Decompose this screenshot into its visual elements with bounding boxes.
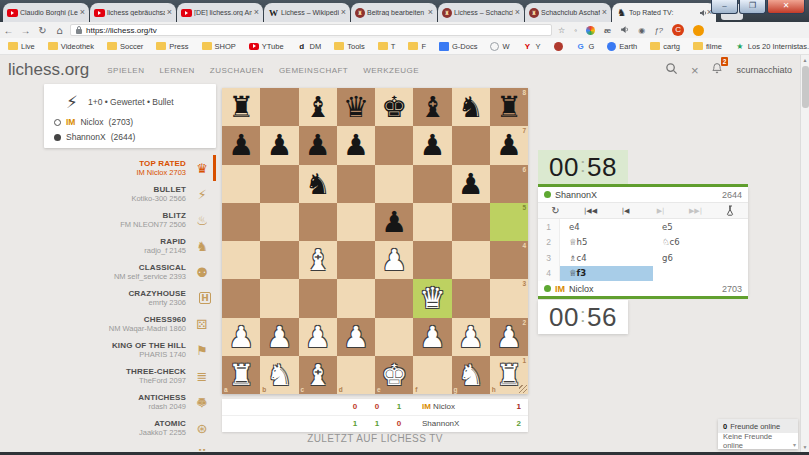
bookmark-label: T	[391, 42, 396, 51]
channel-text: ANTICHESSrdash 2049	[138, 393, 186, 411]
rank-label-4: 4	[522, 242, 526, 249]
square-d7[interactable]: ♟	[337, 126, 375, 164]
square-h8[interactable]: ♜8	[490, 88, 528, 126]
score-table: 001IM Niclox1110ShannonX2	[222, 399, 528, 432]
flag-icon: ⚑	[193, 343, 211, 358]
square-b2[interactable]: ♟	[260, 318, 298, 356]
channel-label: CHESS960	[109, 315, 186, 324]
tab-close-icon[interactable]: ×	[167, 8, 172, 17]
channel-text: BLITZFM NLEON77 2506	[120, 211, 186, 229]
tab-title: lichess gebräuchsa	[107, 9, 165, 16]
channel-label: CLASSICAL	[114, 263, 186, 272]
file-label-c: c	[301, 386, 305, 393]
nav-item-gemeinschaft[interactable]: GEMEINSCHAFT	[279, 66, 348, 75]
browser-tab[interactable]: [DE] lichess.org An×	[177, 3, 263, 22]
pinwheel-extension-icon[interactable]	[586, 26, 595, 35]
move-white[interactable]: ♗c4	[560, 250, 653, 266]
move-white[interactable]: ♕f3	[560, 266, 653, 282]
browser-menu-update-icon[interactable]	[693, 25, 704, 36]
channel-text: CLASSICALNM self_service 2393	[114, 263, 186, 281]
square-b4[interactable]	[260, 241, 298, 279]
square-b5[interactable]	[260, 203, 298, 241]
piece-black-pawn: ♟	[452, 165, 490, 203]
bottom-player-name: Niclox	[569, 284, 594, 294]
square-h3[interactable]: 3	[490, 279, 528, 317]
square-f7[interactable]: ♟	[413, 126, 451, 164]
extension-dot-icon[interactable]: ◦	[574, 26, 577, 35]
top-player-clock: 00:58	[538, 150, 628, 184]
atom-icon: ⊛	[193, 421, 211, 436]
file-label-h: h	[492, 386, 496, 393]
bookmark-label: Soccer	[120, 42, 143, 51]
back-icon[interactable]: ←	[0, 25, 17, 36]
tab-close-icon[interactable]: ×	[515, 8, 520, 17]
square-f2[interactable]: ♟	[413, 318, 451, 356]
gdocs-icon	[439, 42, 449, 51]
channel-player: PHARIS 1740	[112, 350, 186, 359]
channel-label: ANTICHESS	[138, 393, 186, 402]
page-scrollbar[interactable]: ▲ ▼	[800, 55, 809, 452]
move-black[interactable]	[653, 266, 746, 282]
square-c5[interactable]	[299, 203, 337, 241]
bookmark-star-icon[interactable]: ☆	[558, 26, 565, 35]
channel-label: THREE-CHECK	[126, 367, 186, 376]
move-number: 2	[538, 235, 560, 251]
reload-icon[interactable]: ↻	[34, 25, 51, 36]
channel-bullet[interactable]: BULLETKotiko-300 2566⚡	[60, 181, 216, 207]
rabbit-icon: ♞	[193, 239, 211, 254]
square-c6[interactable]: ♞	[299, 165, 337, 203]
square-d1[interactable]: d	[337, 356, 375, 394]
channel-player: radjo_f 2145	[144, 246, 186, 255]
move-white[interactable]: ♕h5	[560, 235, 653, 251]
main-nav: SPIELENLERNENZUSCHAUENGEMEINSCHAFTWERKZE…	[107, 66, 419, 75]
channel-player: JaakkoT 2255	[139, 428, 186, 437]
square-f4[interactable]	[413, 241, 451, 279]
square-a3[interactable]	[222, 279, 260, 317]
bookmark-label: filme	[706, 42, 722, 51]
square-b7[interactable]: ♟	[260, 126, 298, 164]
browser-tab[interactable]: ♜Schachclub Aschaf×	[525, 3, 611, 22]
bookmark-item[interactable]: Earth	[607, 42, 637, 51]
tab-audio-icon[interactable]	[699, 9, 707, 17]
square-b8[interactable]	[260, 88, 298, 126]
bookmark-label: Los 20 Internistas...	[748, 42, 809, 51]
channel-top-rated[interactable]: TOP RATEDIM Niclox 2703♛	[60, 155, 216, 181]
game-result: 0	[366, 402, 388, 411]
square-h6[interactable]: 6	[490, 165, 528, 203]
bookmark-label: G-Docs	[452, 42, 477, 51]
bookmark-item[interactable]: Live	[8, 42, 35, 51]
square-g8[interactable]: ♞	[452, 88, 490, 126]
restore-button[interactable]: ❐	[739, 0, 766, 14]
square-b6[interactable]	[260, 165, 298, 203]
browser-tab[interactable]: ♞Top Rated TV:×	[612, 3, 716, 22]
tab-title: Lichess – Wikipedia	[281, 9, 339, 16]
challenge-bell-icon[interactable]: 2	[711, 61, 723, 79]
browser-tab[interactable]: Claudio Borghi (Le×	[3, 3, 89, 22]
tab-title: Claudio Borghi (Le	[20, 9, 78, 16]
bookmark-label: G	[589, 42, 595, 51]
browser-toolbar: ← → ↻ ⌂ https://lichess.org/tv ☆ ◦ æ ◉ ƒ…	[0, 22, 809, 38]
piece-black-bishop: ♝	[413, 88, 451, 126]
nav-item-spielen[interactable]: SPIELEN	[107, 66, 144, 75]
tab-close-icon[interactable]: ×	[602, 8, 607, 17]
square-e6[interactable]	[375, 165, 413, 203]
piece-white-pawn: ♟	[375, 241, 413, 279]
bookmarks-bar: LiveVideothekSoccerPressSHOPYTubedDMTool…	[0, 38, 809, 55]
red-dot-icon	[554, 42, 563, 51]
square-e3[interactable]	[375, 279, 413, 317]
tv-channel-list: TOP RATEDIM Niclox 2703♛BULLETKotiko-300…	[60, 155, 216, 455]
ae-extension-icon[interactable]: æ	[604, 26, 611, 35]
tab-close-icon[interactable]: ×	[428, 8, 433, 17]
antichess-icon: ♚	[193, 395, 211, 410]
folder-icon	[693, 42, 703, 50]
bookmark-item[interactable]: Soccer	[107, 42, 143, 51]
white-player-row[interactable]: IM Niclox (2703)	[54, 117, 206, 127]
white-player-rating: (2703)	[109, 117, 134, 127]
square-g5[interactable]	[452, 203, 490, 241]
close-window-button[interactable]: ✕	[767, 0, 805, 14]
folder-icon	[156, 42, 166, 50]
browser-tab[interactable]: WLichess – Wikipedia×	[264, 3, 350, 22]
white-color-icon	[54, 119, 61, 126]
flip-board-icon[interactable]: ↻	[538, 205, 573, 216]
piece-black-pawn: ♟	[299, 126, 337, 164]
square-f8[interactable]: ♝	[413, 88, 451, 126]
move-row: 2♕h5♘c6	[538, 235, 748, 251]
bookmark-label: DM	[310, 42, 322, 51]
square-e4[interactable]: ♟	[375, 241, 413, 279]
square-b1[interactable]: ♞b	[260, 356, 298, 394]
bookmark-item[interactable]: cartg	[650, 42, 680, 51]
square-c3[interactable]	[299, 279, 337, 317]
tv-separator-bar	[538, 296, 748, 299]
lichess-knight-icon: ♞	[616, 8, 627, 18]
chessclub-icon: ♜	[529, 8, 539, 18]
square-e2[interactable]	[375, 318, 413, 356]
bookmark-item[interactable]: Press	[156, 42, 188, 51]
channel-text: THREE-CHECKTheFord 2097	[126, 367, 186, 385]
square-c1[interactable]: ♝c	[299, 356, 337, 394]
channel-crazyhouse[interactable]: CRAZYHOUSEemrty 2306H	[60, 285, 216, 311]
piece-black-pawn: ♟	[337, 126, 375, 164]
square-a2[interactable]: ♟	[222, 318, 260, 356]
square-d2[interactable]: ♟	[337, 318, 375, 356]
friends-count-row[interactable]: 0Freunde online	[718, 419, 798, 433]
square-a8[interactable]: ♜	[222, 88, 260, 126]
channel-player: emrty 2306	[128, 298, 186, 307]
board-resize-handle[interactable]	[519, 385, 527, 393]
folder-icon	[8, 42, 18, 50]
square-d8[interactable]: ♛	[337, 88, 375, 126]
browser-tab[interactable]: ♜Beitrag bearbeiten×	[351, 3, 437, 22]
bookmark-label: cartg	[663, 42, 680, 51]
piece-white-bishop: ♝	[299, 356, 337, 394]
game-result: 1	[344, 419, 366, 428]
square-a5[interactable]	[222, 203, 260, 241]
folder-icon	[202, 42, 212, 50]
close-icon[interactable]: ×	[691, 63, 699, 78]
square-c4[interactable]: ♝	[299, 241, 337, 279]
username[interactable]: scurnacchiato	[736, 65, 792, 75]
minimize-button[interactable]: –	[711, 0, 738, 14]
piece-white-pawn: ♟	[222, 318, 260, 356]
square-e5[interactable]: ♟	[375, 203, 413, 241]
function-extension-icon[interactable]: ƒ?	[654, 26, 663, 35]
move-controls: ↻|◀◀|◀▶|▶▶|	[538, 202, 748, 219]
scroll-down-icon[interactable]: ▼	[801, 442, 809, 452]
bookmark-item[interactable]: W	[490, 42, 509, 51]
channel-antichess[interactable]: ANTICHESSrdash 2049♚	[60, 389, 216, 415]
move-white[interactable]: e4	[560, 219, 653, 235]
square-d4[interactable]	[337, 241, 375, 279]
folder-icon	[378, 42, 388, 50]
channel-king-of-the-hill[interactable]: KING OF THE HILLPHARIS 1740⚑	[60, 337, 216, 363]
square-c7[interactable]: ♟	[299, 126, 337, 164]
piece-white-queen: ♛	[413, 279, 451, 317]
channel-label: CRAZYHOUSE	[128, 289, 186, 298]
piece-black-king: ♚	[375, 88, 413, 126]
square-h2[interactable]: ♟2	[490, 318, 528, 356]
bookmark-item[interactable]: ★Los 20 Internistas...	[735, 42, 809, 51]
bookmark-item[interactable]: YTube	[249, 42, 284, 51]
top-player-row[interactable]: ShannonX 2644	[538, 187, 748, 202]
piece-white-pawn: ♟	[452, 318, 490, 356]
channel-atomic[interactable]: ATOMICJaakkoT 2255⊛	[60, 415, 216, 441]
square-d6[interactable]	[337, 165, 375, 203]
square-h5[interactable]: 5	[490, 203, 528, 241]
piece-black-rook: ♜	[222, 88, 260, 126]
lightning-icon: ⚡	[193, 187, 211, 202]
channel-rapid[interactable]: RAPIDradjo_f 2145♞	[60, 233, 216, 259]
bookmark-item[interactable]: SHOP	[202, 42, 236, 51]
score-total: 2	[502, 419, 528, 428]
nav-item-lernen[interactable]: LERNEN	[159, 66, 194, 75]
bookmark-item[interactable]: G-Docs	[439, 42, 477, 51]
channel-text: CRAZYHOUSEemrty 2306	[128, 289, 186, 307]
bookmark-label: Live	[21, 42, 35, 51]
first-move-icon[interactable]: |◀◀	[573, 207, 608, 215]
score-player-name[interactable]: IM Niclox	[410, 402, 502, 411]
bookmark-item[interactable]: filme	[693, 42, 722, 51]
square-e1[interactable]: ♚e	[375, 356, 413, 394]
earth-icon	[607, 42, 616, 51]
padlock-icon	[75, 25, 83, 35]
square-f5[interactable]	[413, 203, 451, 241]
bookmark-label: Videothek	[61, 42, 94, 51]
chessclub-icon: ♜	[442, 8, 452, 18]
square-g3[interactable]	[452, 279, 490, 317]
scrollbar-thumb[interactable]	[802, 66, 809, 108]
address-bar[interactable]: https://lichess.org/tv	[70, 24, 552, 36]
tab-close-icon[interactable]: ×	[254, 8, 259, 17]
bottom-player-row[interactable]: IM Niclox 2703	[538, 281, 748, 296]
rank-label-6: 6	[522, 166, 526, 173]
score-player-name[interactable]: ShannonX	[410, 419, 502, 428]
folder-icon	[48, 42, 58, 50]
notification-badge: 2	[721, 57, 729, 66]
piece-white-pawn: ♟	[337, 318, 375, 356]
analysis-board-icon[interactable]	[713, 205, 748, 216]
next-move-icon[interactable]: ▶|	[643, 207, 678, 215]
piece-white-bishop: ♝	[299, 241, 337, 279]
piece-white-pawn: ♟	[260, 318, 298, 356]
channel-text: BULLETKotiko-300 2566	[131, 185, 186, 203]
black-color-icon	[54, 134, 61, 141]
browser-tab[interactable]: ♜Lichess – Schachcl×	[438, 3, 524, 22]
square-f6[interactable]	[413, 165, 451, 203]
square-f1[interactable]: f	[413, 356, 451, 394]
square-a6[interactable]	[222, 165, 260, 203]
tab-title: Beitrag bearbeiten	[367, 9, 426, 16]
tab-close-icon[interactable]: ×	[341, 8, 346, 17]
youtube-icon	[94, 9, 105, 17]
tab-title: Top Rated TV:	[629, 9, 697, 16]
folder-icon	[408, 42, 418, 50]
crazyhouse-icon: H	[199, 292, 211, 304]
square-a7[interactable]: ♟	[222, 126, 260, 164]
bookmark-item[interactable]: Videothek	[48, 42, 94, 51]
game-result: 1	[366, 419, 388, 428]
square-h7[interactable]: ♟7	[490, 126, 528, 164]
channel-player: TheFord 2097	[126, 376, 186, 385]
bookmark-label: Press	[169, 42, 188, 51]
search-icon[interactable]	[665, 61, 678, 79]
browser-profile-avatar[interactable]: C	[672, 24, 684, 36]
lichess-logo[interactable]: lichess.org	[8, 60, 89, 80]
online-dot-icon	[544, 191, 551, 198]
browser-tab[interactable]: lichess gebräuchsa×	[90, 3, 176, 22]
piece-white-pawn: ♟	[413, 318, 451, 356]
piece-black-pawn: ♟	[222, 126, 260, 164]
black-player-rating: (2644)	[111, 132, 136, 142]
white-player-name: Niclox	[80, 117, 103, 127]
rank-label-8: 8	[522, 89, 526, 96]
move-row: 3♗c4g6	[538, 250, 748, 266]
url-text: https://lichess.org/tv	[86, 26, 157, 35]
bookmark-item[interactable]	[554, 42, 563, 51]
black-player-row[interactable]: ShannonX (2644)	[54, 132, 206, 142]
bookmark-item[interactable]: YY	[523, 42, 541, 51]
bookmark-label: Y	[536, 42, 541, 51]
layers-icon: ≣	[193, 369, 211, 384]
collapse-arrow-icon[interactable]: ▾	[793, 441, 796, 448]
square-g6[interactable]: ♟	[452, 165, 490, 203]
bookmark-item[interactable]: F	[408, 42, 426, 51]
nav-item-zuschauen[interactable]: ZUSCHAUEN	[210, 66, 264, 75]
channel-label: KING OF THE HILL	[112, 341, 186, 350]
top-player-name: ShannonX	[555, 190, 597, 200]
top-player-rating: 2644	[722, 190, 742, 200]
home-icon[interactable]: ⌂	[51, 25, 68, 36]
file-label-d: d	[339, 386, 343, 393]
file-label-g: g	[454, 386, 458, 393]
site-header: lichess.org SPIELENLERNENZUSCHAUENGEMEIN…	[0, 55, 800, 85]
square-d5[interactable]	[337, 203, 375, 241]
score-row: 110ShannonX2	[222, 416, 528, 433]
square-g1[interactable]: ♞g	[452, 356, 490, 394]
wikipedia-icon: W	[268, 8, 279, 18]
piece-black-pawn: ♟	[375, 203, 413, 241]
channel-text: CHESS960NM Waqar-Madni 1860	[109, 315, 186, 333]
channel-text: RAPIDradjo_f 2145	[144, 237, 186, 255]
previous-move-icon[interactable]: |◀	[608, 207, 643, 215]
speaker-extension-icon[interactable]	[620, 25, 629, 36]
tab-close-icon[interactable]: ×	[80, 8, 85, 17]
move-black[interactable]: g6	[653, 250, 746, 266]
file-label-b: b	[262, 386, 266, 393]
square-a1[interactable]: ♜a	[222, 356, 260, 394]
move-number: 1	[538, 219, 560, 235]
square-g7[interactable]	[452, 126, 490, 164]
last-move-icon[interactable]: ▶▶|	[678, 207, 713, 215]
folder-icon	[334, 42, 344, 50]
bookmark-label: YTube	[262, 42, 284, 51]
channel-chess960[interactable]: CHESS960NM Waqar-Madni 1860⚄	[60, 311, 216, 337]
crown-icon: ♛	[193, 161, 211, 176]
bookmark-item[interactable]: dDM	[297, 42, 322, 51]
square-c2[interactable]: ♟	[299, 318, 337, 356]
channel-classical[interactable]: CLASSICALNM self_service 2393⚉	[60, 259, 216, 285]
square-c8[interactable]: ♝	[299, 88, 337, 126]
move-black[interactable]: ♘c6	[653, 235, 746, 251]
square-g2[interactable]: ♟	[452, 318, 490, 356]
bookmark-label: W	[502, 42, 509, 51]
channel-label: RAPID	[144, 237, 186, 246]
square-a4[interactable]	[222, 241, 260, 279]
piece-black-queen: ♛	[337, 88, 375, 126]
move-black[interactable]: e5	[653, 219, 746, 235]
square-b3[interactable]	[260, 279, 298, 317]
letter-y-icon: Y	[523, 42, 533, 51]
youtube-icon	[181, 9, 192, 17]
channel-player: Kotiko-300 2566	[131, 194, 186, 203]
bookmark-item[interactable]: Tools	[334, 42, 365, 51]
bookmark-item[interactable]: GG	[576, 42, 595, 51]
channel-text: KING OF THE HILLPHARIS 1740	[112, 341, 186, 359]
piece-black-bishop: ♝	[299, 88, 337, 126]
youtube-icon	[249, 43, 259, 50]
scroll-up-icon[interactable]: ▲	[801, 55, 809, 65]
square-g4[interactable]	[452, 241, 490, 279]
channel-blitz[interactable]: BLITZFM NLEON77 2506♨	[60, 207, 216, 233]
channel-three-check[interactable]: THREE-CHECKTheFord 2097≣	[60, 363, 216, 389]
square-e8[interactable]: ♚	[375, 88, 413, 126]
square-d3[interactable]	[337, 279, 375, 317]
nav-item-werkzeuge[interactable]: WERKZEUGE	[363, 66, 419, 75]
globe-extension-icon[interactable]: ◉	[638, 26, 645, 35]
channel-player: NM self_service 2393	[114, 272, 186, 281]
game-result: 0	[388, 419, 410, 428]
file-label-e: e	[377, 386, 381, 393]
rank-label-7: 7	[522, 127, 526, 134]
bottom-player-clock: 00:56	[538, 300, 628, 334]
forward-icon[interactable]: →	[17, 25, 34, 36]
channel-player: rdash 2049	[138, 402, 186, 411]
square-f3[interactable]: ♛	[413, 279, 451, 317]
google-icon: G	[576, 42, 586, 51]
channel-label: BLITZ	[120, 211, 186, 220]
square-h4[interactable]: 4	[490, 241, 528, 279]
game-info-card: ⚡ 1+0 • Gewertet • Bullet IM Niclox (270…	[44, 84, 216, 148]
bookmark-item[interactable]: T	[378, 42, 396, 51]
move-row: 1e4e5	[538, 219, 748, 235]
piece-black-pawn: ♟	[413, 126, 451, 164]
square-e7[interactable]	[375, 126, 413, 164]
channel-text: ATOMICJaakkoT 2255	[139, 419, 186, 437]
